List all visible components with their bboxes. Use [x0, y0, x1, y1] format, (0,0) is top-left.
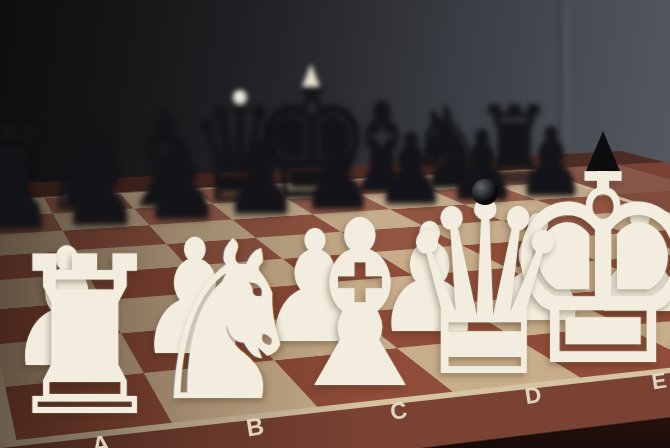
- black-cone-finial-icon: [586, 131, 620, 171]
- black-ball-finial-icon: [472, 179, 497, 204]
- pieces-layer: ♜♞♝♛♚♝♞♜♟♟♟♟♟♟♟♟♟♟♟♟♟♟♟♟♜♞♝♛♚♝♞♜: [0, 0, 670, 448]
- white-rook-icon: ♜: [2, 229, 169, 448]
- white-cone-finial-icon: [302, 64, 320, 87]
- chess-photo-scene: ABCDE ♜♞♝♛♚♝♞♜♟♟♟♟♟♟♟♟♟♟♟♟♟♟♟♟♜♞♝♛♚♝♞♜: [0, 0, 670, 448]
- white-knight-icon: ♞: [144, 214, 311, 433]
- white-ball-finial-icon: [233, 90, 248, 105]
